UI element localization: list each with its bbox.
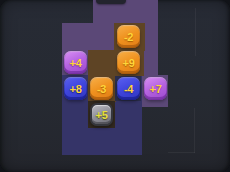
grid-seam <box>194 108 195 153</box>
tile-plusminus-4[interactable]: +4 <box>64 51 87 74</box>
game-board: -2+4+9+8-3-4+7+5 <box>0 0 230 172</box>
tile-minus-4[interactable]: -4 <box>117 77 140 100</box>
tile-plusminus-7[interactable]: +7 <box>144 77 167 100</box>
grid-seam <box>168 152 195 153</box>
tile-plusminus-9[interactable]: +9 <box>117 51 140 74</box>
tile-minus-2[interactable]: -2 <box>117 25 140 48</box>
tile-plusminus-5[interactable]: +5 <box>90 103 113 126</box>
zone-purple <box>142 50 158 76</box>
grid-seam <box>195 8 196 56</box>
tile-plusminus-8[interactable]: +8 <box>64 77 87 100</box>
offscreen-dark-tile <box>96 0 126 4</box>
tile-minus-3[interactable]: -3 <box>90 77 113 100</box>
